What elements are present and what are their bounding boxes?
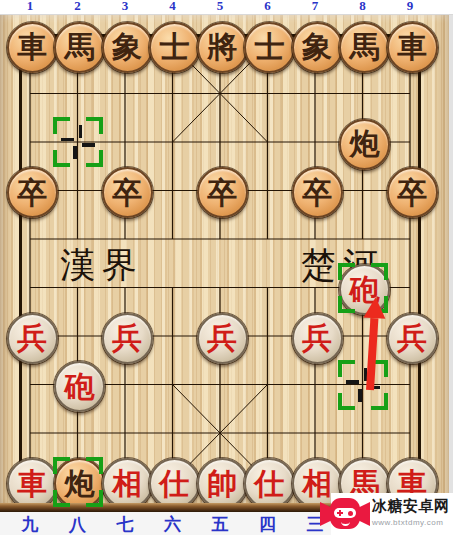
xiangqi-board-screen: 漢界 楚河 車馬象士將士象馬車炮卒卒卒卒卒砲兵兵兵兵兵砲車炮相仕帥仕相馬車 12… <box>0 0 453 535</box>
file-label-bottom-9: 九 <box>22 514 39 534</box>
file-label-top-1: 1 <box>27 0 34 13</box>
piece-black-馬[interactable]: 馬 <box>339 22 390 73</box>
file-label-top-6: 6 <box>264 0 271 13</box>
file-label-top-4: 4 <box>169 0 176 13</box>
file-label-top-2: 2 <box>74 0 81 13</box>
piece-black-車[interactable]: 車 <box>7 22 58 73</box>
piece-red-相[interactable]: 相 <box>102 458 153 509</box>
piece-black-象[interactable]: 象 <box>292 22 343 73</box>
piece-red-砲[interactable]: 砲 <box>54 361 105 412</box>
piece-red-兵[interactable]: 兵 <box>197 313 248 364</box>
file-label-bottom-8: 八 <box>69 514 86 534</box>
file-label-top-7: 7 <box>312 0 319 13</box>
file-label-top-8: 8 <box>359 0 366 13</box>
file-label-top-5: 5 <box>217 0 224 13</box>
file-label-bottom-6: 六 <box>164 514 181 534</box>
piece-red-兵[interactable]: 兵 <box>102 313 153 364</box>
piece-black-車[interactable]: 車 <box>387 22 438 73</box>
piece-black-卒[interactable]: 卒 <box>197 167 248 218</box>
piece-red-帥[interactable]: 帥 <box>197 458 248 509</box>
piece-black-象[interactable]: 象 <box>102 22 153 73</box>
file-label-bottom-5: 五 <box>212 514 229 534</box>
piece-black-卒[interactable]: 卒 <box>292 167 343 218</box>
file-label-bottom-7: 七 <box>117 514 134 534</box>
file-label-top-9: 9 <box>407 0 414 13</box>
move-arrow-head <box>363 297 386 319</box>
watermark-url: www.btxtdmy.com <box>372 518 452 527</box>
piece-red-兵[interactable]: 兵 <box>387 313 438 364</box>
file-numbers-top: 123456789 <box>0 0 453 15</box>
piece-black-馬[interactable]: 馬 <box>54 22 105 73</box>
river-label-left: 漢界 <box>60 242 144 288</box>
piece-red-仕[interactable]: 仕 <box>244 458 295 509</box>
move-arrow-shaft <box>366 318 378 390</box>
piece-red-兵[interactable]: 兵 <box>7 313 58 364</box>
move-origin-marker <box>53 117 103 167</box>
watermark-candy-logo-icon <box>320 495 370 533</box>
watermark: 冰糖安卓网 www.btxtdmy.com <box>331 493 453 535</box>
piece-black-卒[interactable]: 卒 <box>102 167 153 218</box>
move-destination-marker <box>53 457 103 507</box>
file-label-top-3: 3 <box>122 0 129 13</box>
piece-black-士[interactable]: 士 <box>149 22 200 73</box>
piece-red-仕[interactable]: 仕 <box>149 458 200 509</box>
piece-black-卒[interactable]: 卒 <box>7 167 58 218</box>
watermark-site-name: 冰糖安卓网 <box>372 497 452 516</box>
piece-black-將[interactable]: 將 <box>197 22 248 73</box>
piece-black-士[interactable]: 士 <box>244 22 295 73</box>
piece-red-車[interactable]: 車 <box>7 458 58 509</box>
piece-black-炮[interactable]: 炮 <box>339 119 390 170</box>
file-label-bottom-4: 四 <box>259 514 276 534</box>
piece-black-卒[interactable]: 卒 <box>387 167 438 218</box>
piece-red-兵[interactable]: 兵 <box>292 313 343 364</box>
